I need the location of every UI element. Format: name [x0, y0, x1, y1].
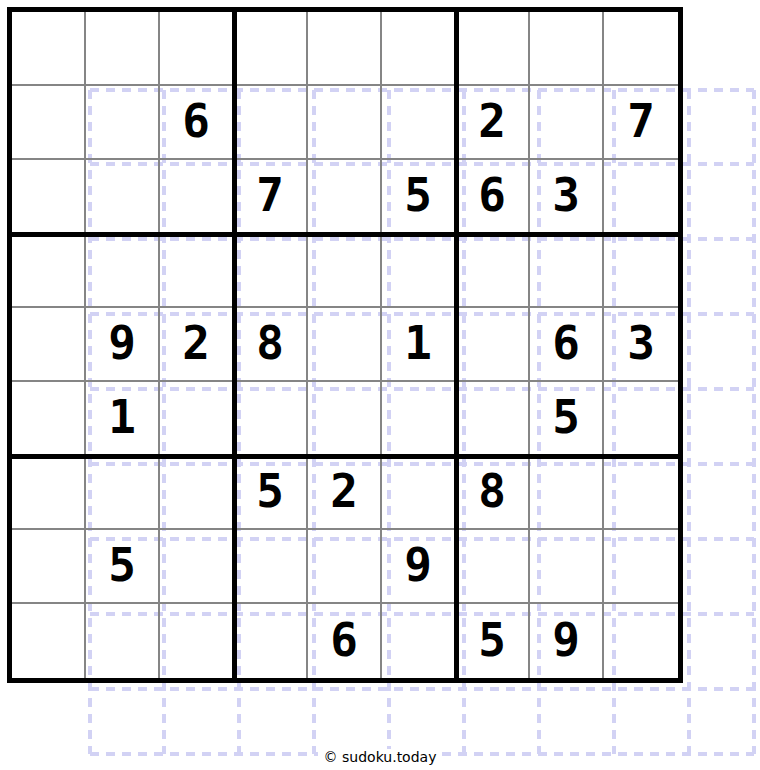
cell-r9c6[interactable] [382, 604, 456, 678]
cell-r5c8[interactable]: 6 [530, 308, 604, 382]
cell-r8c2[interactable]: 5 [86, 530, 160, 604]
cell-r4c1[interactable] [12, 234, 86, 308]
given-digit: 2 [330, 468, 358, 514]
given-digit: 6 [182, 98, 210, 144]
cell-r7c8[interactable] [530, 456, 604, 530]
cell-r7c2[interactable] [86, 456, 160, 530]
cell-r2c1[interactable] [12, 86, 86, 160]
given-digit: 5 [256, 468, 284, 514]
cell-r6c5[interactable] [308, 382, 382, 456]
given-digit: 5 [404, 172, 432, 218]
cell-r7c4[interactable]: 5 [234, 456, 308, 530]
cell-r2c4[interactable] [234, 86, 308, 160]
cell-r6c1[interactable] [12, 382, 86, 456]
cell-r5c7[interactable] [456, 308, 530, 382]
cell-r8c5[interactable] [308, 530, 382, 604]
cell-r1c3[interactable] [160, 12, 234, 86]
given-digit: 5 [552, 394, 580, 440]
cell-r4c2[interactable] [86, 234, 160, 308]
cell-r7c1[interactable] [12, 456, 86, 530]
cell-r9c4[interactable] [234, 604, 308, 678]
given-digit: 3 [627, 320, 655, 366]
cell-r8c1[interactable] [12, 530, 86, 604]
cell-r9c5[interactable]: 6 [308, 604, 382, 678]
copyright-text: © sudoku.today [318, 749, 443, 765]
box-border-horizontal-1 [12, 232, 678, 237]
cell-r3c2[interactable] [86, 160, 160, 234]
cell-r4c8[interactable] [530, 234, 604, 308]
cell-r6c2[interactable]: 1 [86, 382, 160, 456]
cell-r9c3[interactable] [160, 604, 234, 678]
cell-r2c3[interactable]: 6 [160, 86, 234, 160]
cell-r8c9[interactable] [604, 530, 678, 604]
given-digit: 9 [404, 542, 432, 588]
cell-r9c2[interactable] [86, 604, 160, 678]
cell-r5c4[interactable]: 8 [234, 308, 308, 382]
given-digit: 8 [478, 468, 506, 514]
given-digit: 6 [330, 617, 358, 663]
cell-r5c5[interactable] [308, 308, 382, 382]
cell-r6c7[interactable] [456, 382, 530, 456]
cell-r6c8[interactable]: 5 [530, 382, 604, 456]
cell-r4c6[interactable] [382, 234, 456, 308]
cell-r1c6[interactable] [382, 12, 456, 86]
cell-r3c4[interactable]: 7 [234, 160, 308, 234]
cell-r9c7[interactable]: 5 [456, 604, 530, 678]
cell-r1c4[interactable] [234, 12, 308, 86]
box-border-horizontal-2 [12, 454, 678, 459]
cell-r2c9[interactable]: 7 [604, 86, 678, 160]
given-digit: 5 [108, 542, 136, 588]
cell-r3c9[interactable] [604, 160, 678, 234]
cell-r5c1[interactable] [12, 308, 86, 382]
footer: © sudoku.today [0, 749, 760, 765]
box-border-vertical-1 [232, 12, 237, 678]
cell-r9c9[interactable] [604, 604, 678, 678]
cell-r3c5[interactable] [308, 160, 382, 234]
cell-r3c7[interactable]: 6 [456, 160, 530, 234]
cell-r7c5[interactable]: 2 [308, 456, 382, 530]
cell-r8c8[interactable] [530, 530, 604, 604]
cell-r2c2[interactable] [86, 86, 160, 160]
cell-r7c6[interactable] [382, 456, 456, 530]
cell-r8c3[interactable] [160, 530, 234, 604]
cell-r4c5[interactable] [308, 234, 382, 308]
given-digit: 7 [256, 172, 284, 218]
cell-r3c6[interactable]: 5 [382, 160, 456, 234]
box-border-vertical-2 [454, 12, 459, 678]
cell-r7c9[interactable] [604, 456, 678, 530]
cell-r4c3[interactable] [160, 234, 234, 308]
given-digit: 6 [552, 320, 580, 366]
cell-r2c6[interactable] [382, 86, 456, 160]
cell-r1c1[interactable] [12, 12, 86, 86]
cell-r5c6[interactable]: 1 [382, 308, 456, 382]
cell-r9c1[interactable] [12, 604, 86, 678]
given-digit: 1 [108, 394, 136, 440]
given-digit: 1 [404, 320, 432, 366]
given-digit: 7 [627, 98, 655, 144]
sudoku-board: 62775639281631552859659 [7, 7, 683, 683]
cell-r1c2[interactable] [86, 12, 160, 86]
cell-r6c3[interactable] [160, 382, 234, 456]
cell-r8c7[interactable] [456, 530, 530, 604]
given-digit: 2 [182, 320, 210, 366]
given-digit: 5 [478, 617, 506, 663]
cell-r1c8[interactable] [530, 12, 604, 86]
cell-r5c3[interactable]: 2 [160, 308, 234, 382]
cell-r3c3[interactable] [160, 160, 234, 234]
cell-r1c9[interactable] [604, 12, 678, 86]
given-digit: 9 [108, 320, 136, 366]
given-digit: 3 [552, 172, 580, 218]
cell-r6c4[interactable] [234, 382, 308, 456]
cell-r2c7[interactable]: 2 [456, 86, 530, 160]
given-digit: 2 [478, 98, 506, 144]
sudoku-page: 62775639281631552859659 © sudoku.today [0, 0, 760, 770]
cell-r6c9[interactable] [604, 382, 678, 456]
cell-r3c1[interactable] [12, 160, 86, 234]
cell-r2c8[interactable] [530, 86, 604, 160]
cell-r4c7[interactable] [456, 234, 530, 308]
given-digit: 8 [256, 320, 284, 366]
cell-r4c4[interactable] [234, 234, 308, 308]
cell-r8c4[interactable] [234, 530, 308, 604]
cell-r8c6[interactable]: 9 [382, 530, 456, 604]
given-digit: 6 [478, 172, 506, 218]
cell-r5c2[interactable]: 9 [86, 308, 160, 382]
cell-r9c8[interactable]: 9 [530, 604, 604, 678]
cell-r6c6[interactable] [382, 382, 456, 456]
cell-r1c7[interactable] [456, 12, 530, 86]
cell-r5c9[interactable]: 3 [604, 308, 678, 382]
cell-r7c7[interactable]: 8 [456, 456, 530, 530]
cell-r1c5[interactable] [308, 12, 382, 86]
cell-r2c5[interactable] [308, 86, 382, 160]
cell-r7c3[interactable] [160, 456, 234, 530]
cell-r4c9[interactable] [604, 234, 678, 308]
given-digit: 9 [552, 617, 580, 663]
cell-r3c8[interactable]: 3 [530, 160, 604, 234]
